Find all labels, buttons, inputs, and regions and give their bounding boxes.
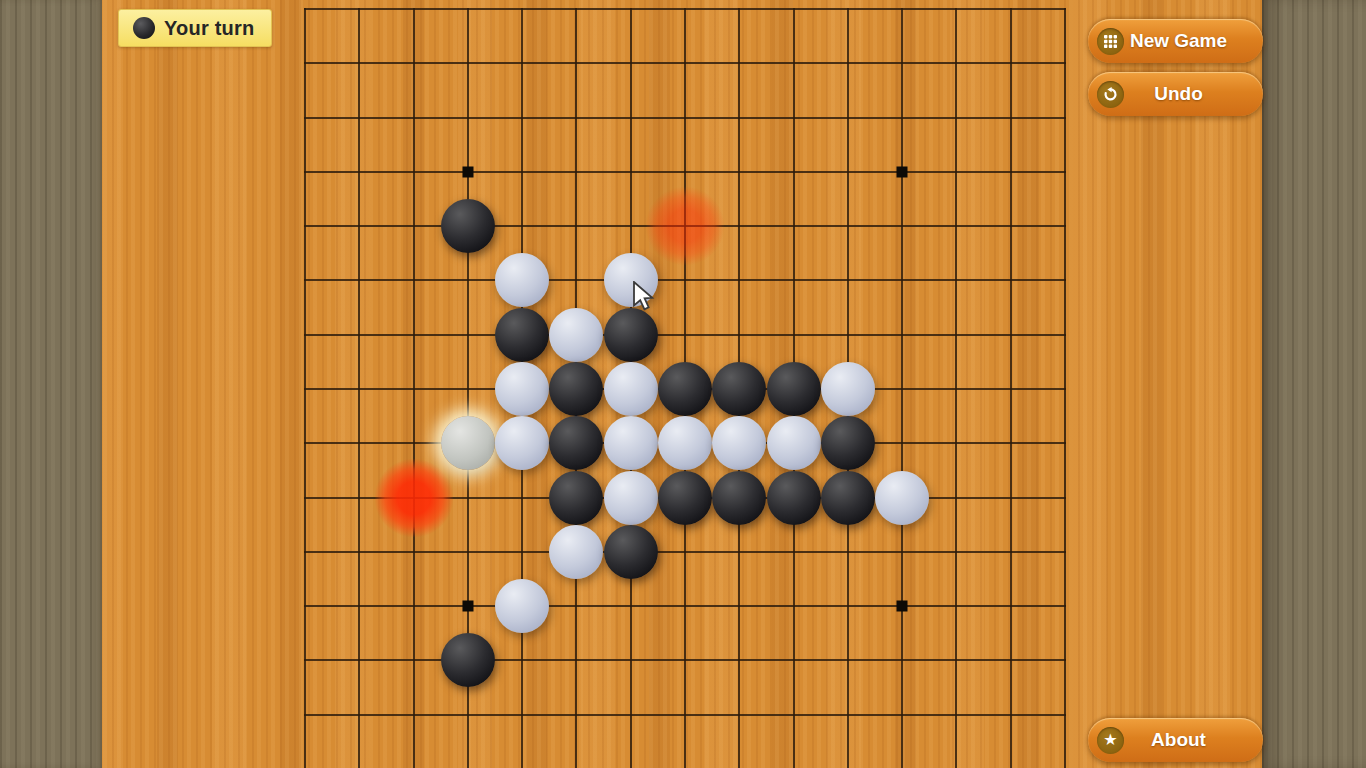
new-game-button[interactable]: New Game	[1088, 19, 1263, 63]
stone-white	[658, 416, 712, 470]
stone-white-last-move	[441, 416, 495, 470]
stone-black	[712, 471, 766, 525]
board[interactable]	[304, 8, 1066, 768]
stone-black	[821, 471, 875, 525]
grid-icon	[1097, 28, 1124, 55]
stone-white	[821, 362, 875, 416]
stone-black	[821, 416, 875, 470]
stone-black	[712, 362, 766, 416]
stone-white	[549, 308, 603, 362]
stone-white	[875, 471, 929, 525]
star-point	[897, 601, 908, 612]
stone-white	[604, 362, 658, 416]
undo-button[interactable]: Undo	[1088, 72, 1263, 116]
stone-black	[441, 199, 495, 253]
stone-black	[549, 416, 603, 470]
undo-icon	[1097, 81, 1124, 108]
stone-black	[767, 362, 821, 416]
threat-marker	[375, 459, 453, 537]
turn-status-badge: Your turn	[118, 9, 272, 47]
stone-black	[658, 362, 712, 416]
stone-white	[767, 416, 821, 470]
about-label: About	[1124, 729, 1233, 751]
undo-label: Undo	[1124, 83, 1233, 105]
new-game-label: New Game	[1124, 30, 1233, 52]
stone-white	[495, 253, 549, 307]
stone-white	[549, 525, 603, 579]
stone-white	[495, 416, 549, 470]
about-button[interactable]: ★ About	[1088, 718, 1263, 762]
left-wood-band	[0, 0, 102, 768]
stone-white	[604, 471, 658, 525]
stone-black	[604, 308, 658, 362]
star-point	[462, 166, 473, 177]
stone-white	[604, 253, 658, 307]
stone-white	[495, 579, 549, 633]
stone-black	[549, 362, 603, 416]
star-icon: ★	[1097, 727, 1124, 754]
stone-black	[495, 308, 549, 362]
threat-marker	[646, 187, 724, 265]
star-point	[462, 601, 473, 612]
stone-black	[767, 471, 821, 525]
stone-black	[441, 633, 495, 687]
stone-black	[604, 525, 658, 579]
stone-white	[604, 416, 658, 470]
stone-white	[495, 362, 549, 416]
right-wood-band	[1262, 0, 1366, 768]
stone-white	[712, 416, 766, 470]
stone-black	[658, 471, 712, 525]
star-point	[897, 166, 908, 177]
stone-black	[549, 471, 603, 525]
turn-status-label: Your turn	[164, 17, 254, 40]
black-stone-icon	[133, 17, 155, 39]
